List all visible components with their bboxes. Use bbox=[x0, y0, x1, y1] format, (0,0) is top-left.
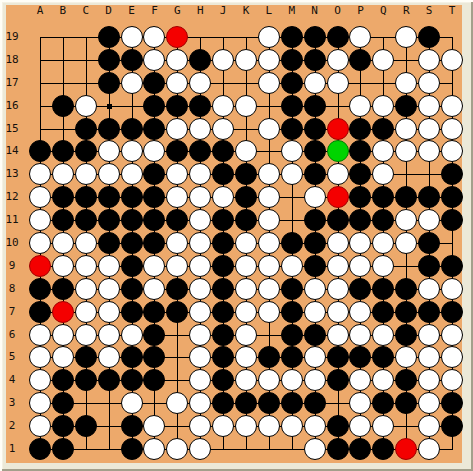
black-stone-r7[interactable] bbox=[395, 301, 417, 323]
white-stone-c6[interactable] bbox=[75, 324, 97, 346]
white-stone-e3[interactable] bbox=[121, 392, 143, 414]
white-stone-j18[interactable] bbox=[212, 49, 234, 71]
column-label-l: L bbox=[260, 4, 278, 18]
column-label-h: H bbox=[191, 4, 209, 18]
white-stone-s16[interactable] bbox=[418, 95, 440, 117]
white-stone-r17[interactable] bbox=[395, 72, 417, 94]
black-stone-f15[interactable] bbox=[143, 118, 165, 140]
white-stone-e17[interactable] bbox=[121, 72, 143, 94]
black-stone-d12[interactable] bbox=[98, 186, 120, 208]
black-stone-m15[interactable] bbox=[281, 118, 303, 140]
white-stone-c13[interactable] bbox=[75, 163, 97, 185]
white-stone-d9[interactable] bbox=[98, 255, 120, 277]
black-stone-e5[interactable] bbox=[121, 346, 143, 368]
white-stone-m13[interactable] bbox=[281, 163, 303, 185]
column-label-j: J bbox=[214, 4, 232, 18]
white-stone-k8[interactable] bbox=[235, 278, 257, 300]
black-stone-o2[interactable] bbox=[327, 415, 349, 437]
column-label-t: T bbox=[443, 4, 461, 18]
row-label-6: 6 bbox=[1, 328, 23, 342]
black-stone-j9[interactable] bbox=[212, 255, 234, 277]
white-stone-l7[interactable] bbox=[258, 301, 280, 323]
black-stone-j6[interactable] bbox=[212, 324, 234, 346]
white-stone-g17[interactable] bbox=[166, 72, 188, 94]
white-stone-o10[interactable] bbox=[327, 232, 349, 254]
black-stone-s9[interactable] bbox=[418, 255, 440, 277]
white-stone-p7[interactable] bbox=[349, 301, 371, 323]
white-stone-k10[interactable] bbox=[235, 232, 257, 254]
white-stone-h9[interactable] bbox=[189, 255, 211, 277]
column-label-f: F bbox=[145, 4, 163, 18]
black-stone-j8[interactable] bbox=[212, 278, 234, 300]
row-label-9: 9 bbox=[1, 259, 23, 273]
row-label-8: 8 bbox=[1, 282, 23, 296]
white-stone-q6[interactable] bbox=[372, 324, 394, 346]
column-label-k: K bbox=[237, 4, 255, 18]
white-stone-t8[interactable] bbox=[441, 278, 463, 300]
white-stone-o18[interactable] bbox=[327, 49, 349, 71]
white-stone-t18[interactable] bbox=[441, 49, 463, 71]
white-stone-d13[interactable] bbox=[98, 163, 120, 185]
white-stone-n17[interactable] bbox=[304, 72, 326, 94]
white-stone-o17[interactable] bbox=[327, 72, 349, 94]
white-stone-o6[interactable] bbox=[327, 324, 349, 346]
row-label-2: 2 bbox=[1, 419, 23, 433]
white-stone-e14[interactable] bbox=[121, 140, 143, 162]
black-stone-a8[interactable] bbox=[29, 278, 51, 300]
black-stone-m18[interactable] bbox=[281, 49, 303, 71]
column-label-q: Q bbox=[374, 4, 392, 18]
black-stone-m8[interactable] bbox=[281, 278, 303, 300]
black-stone-s10[interactable] bbox=[418, 232, 440, 254]
white-stone-j16[interactable] bbox=[212, 95, 234, 117]
black-stone-t11[interactable] bbox=[441, 209, 463, 231]
white-stone-b6[interactable] bbox=[52, 324, 74, 346]
white-stone-d14[interactable] bbox=[98, 140, 120, 162]
black-stone-n18[interactable] bbox=[304, 49, 326, 71]
black-stone-f16[interactable] bbox=[143, 95, 165, 117]
white-stone-k16[interactable] bbox=[235, 95, 257, 117]
black-stone-d4[interactable] bbox=[98, 369, 120, 391]
black-stone-m6[interactable] bbox=[281, 324, 303, 346]
black-stone-m16[interactable] bbox=[281, 95, 303, 117]
black-stone-c12[interactable] bbox=[75, 186, 97, 208]
black-stone-a7[interactable] bbox=[29, 301, 51, 323]
white-stone-e19[interactable] bbox=[121, 26, 143, 48]
white-stone-n12[interactable] bbox=[304, 186, 326, 208]
black-stone-c2[interactable] bbox=[75, 415, 97, 437]
white-stone-n1[interactable] bbox=[304, 438, 326, 460]
white-stone-n8[interactable] bbox=[304, 278, 326, 300]
black-stone-b3[interactable] bbox=[52, 392, 74, 414]
white-stone-l17[interactable] bbox=[258, 72, 280, 94]
black-stone-a1[interactable] bbox=[29, 438, 51, 460]
white-stone-l15[interactable] bbox=[258, 118, 280, 140]
black-stone-d11[interactable] bbox=[98, 209, 120, 231]
black-stone-n6[interactable] bbox=[304, 324, 326, 346]
white-stone-p16[interactable] bbox=[349, 95, 371, 117]
black-stone-d17[interactable] bbox=[98, 72, 120, 94]
white-stone-l12[interactable] bbox=[258, 186, 280, 208]
white-stone-s18[interactable] bbox=[418, 49, 440, 71]
row-label-3: 3 bbox=[1, 396, 23, 410]
black-stone-g8[interactable] bbox=[166, 278, 188, 300]
white-stone-k9[interactable] bbox=[235, 255, 257, 277]
black-stone-e7[interactable] bbox=[121, 301, 143, 323]
white-stone-b9[interactable] bbox=[52, 255, 74, 277]
black-stone-e10[interactable] bbox=[121, 232, 143, 254]
white-stone-m4[interactable] bbox=[281, 369, 303, 391]
black-stone-n19[interactable] bbox=[304, 26, 326, 48]
row-label-18: 18 bbox=[1, 53, 23, 67]
row-label-16: 16 bbox=[1, 99, 23, 113]
white-stone-a10[interactable] bbox=[29, 232, 51, 254]
column-label-m: M bbox=[283, 4, 301, 18]
black-stone-m10[interactable] bbox=[281, 232, 303, 254]
white-stone-p6[interactable] bbox=[349, 324, 371, 346]
black-stone-e2[interactable] bbox=[121, 415, 143, 437]
column-label-e: E bbox=[123, 4, 141, 18]
black-stone-h16[interactable] bbox=[189, 95, 211, 117]
black-stone-b16[interactable] bbox=[52, 95, 74, 117]
white-stone-h7[interactable] bbox=[189, 301, 211, 323]
black-stone-r16[interactable] bbox=[395, 95, 417, 117]
black-stone-n11[interactable] bbox=[304, 209, 326, 231]
column-label-n: N bbox=[306, 4, 324, 18]
column-label-b: B bbox=[54, 4, 72, 18]
white-stone-d6[interactable] bbox=[98, 324, 120, 346]
black-stone-n9[interactable] bbox=[304, 255, 326, 277]
go-app-window: ABCDEFGHJKLMNOPQRST191817161514131211109… bbox=[0, 0, 473, 471]
white-stone-s15[interactable] bbox=[418, 118, 440, 140]
row-label-13: 13 bbox=[1, 167, 23, 181]
row-label-15: 15 bbox=[1, 122, 23, 136]
row-label-11: 11 bbox=[1, 213, 23, 227]
white-stone-g15[interactable] bbox=[166, 118, 188, 140]
black-stone-s19[interactable] bbox=[418, 26, 440, 48]
black-stone-e4[interactable] bbox=[121, 369, 143, 391]
white-stone-a6[interactable] bbox=[29, 324, 51, 346]
row-label-10: 10 bbox=[1, 236, 23, 250]
white-stone-b10[interactable] bbox=[52, 232, 74, 254]
black-stone-c11[interactable] bbox=[75, 209, 97, 231]
column-label-o: O bbox=[329, 4, 347, 18]
black-stone-p15[interactable] bbox=[349, 118, 371, 140]
black-stone-h18[interactable] bbox=[189, 49, 211, 71]
white-stone-k6[interactable] bbox=[235, 324, 257, 346]
black-stone-n13[interactable] bbox=[304, 163, 326, 185]
black-stone-e1[interactable] bbox=[121, 438, 143, 460]
black-stone-o19[interactable] bbox=[327, 26, 349, 48]
black-stone-r8[interactable] bbox=[395, 278, 417, 300]
column-label-a: A bbox=[31, 4, 49, 18]
white-stone-s1[interactable] bbox=[418, 438, 440, 460]
black-stone-d18[interactable] bbox=[98, 49, 120, 71]
white-stone-h17[interactable] bbox=[189, 72, 211, 94]
black-stone-m19[interactable] bbox=[281, 26, 303, 48]
black-stone-q15[interactable] bbox=[372, 118, 394, 140]
white-stone-k18[interactable] bbox=[235, 49, 257, 71]
column-label-p: P bbox=[351, 4, 369, 18]
white-stone-c8[interactable] bbox=[75, 278, 97, 300]
white-stone-l8[interactable] bbox=[258, 278, 280, 300]
white-stone-n2[interactable] bbox=[304, 415, 326, 437]
white-stone-n5[interactable] bbox=[304, 346, 326, 368]
white-stone-n7[interactable] bbox=[304, 301, 326, 323]
black-stone-j7[interactable] bbox=[212, 301, 234, 323]
white-stone-t6[interactable] bbox=[441, 324, 463, 346]
white-stone-o9[interactable] bbox=[327, 255, 349, 277]
black-stone-c4[interactable] bbox=[75, 369, 97, 391]
black-stone-n10[interactable] bbox=[304, 232, 326, 254]
black-stone-t7[interactable] bbox=[441, 301, 463, 323]
white-stone-s8[interactable] bbox=[418, 278, 440, 300]
red-stone-b7[interactable] bbox=[52, 301, 74, 323]
column-label-g: G bbox=[168, 4, 186, 18]
white-stone-o8[interactable] bbox=[327, 278, 349, 300]
black-stone-k11[interactable] bbox=[235, 209, 257, 231]
black-stone-q7[interactable] bbox=[372, 301, 394, 323]
white-stone-a2[interactable] bbox=[29, 415, 51, 437]
white-stone-s17[interactable] bbox=[418, 72, 440, 94]
black-stone-b11[interactable] bbox=[52, 209, 74, 231]
white-stone-l10[interactable] bbox=[258, 232, 280, 254]
white-stone-l2[interactable] bbox=[258, 415, 280, 437]
white-stone-a11[interactable] bbox=[29, 209, 51, 231]
white-stone-s6[interactable] bbox=[418, 324, 440, 346]
black-stone-l3[interactable] bbox=[258, 392, 280, 414]
black-stone-r6[interactable] bbox=[395, 324, 417, 346]
red-stone-o12[interactable] bbox=[327, 186, 349, 208]
black-stone-g16[interactable] bbox=[166, 95, 188, 117]
white-stone-l11[interactable] bbox=[258, 209, 280, 231]
white-stone-l9[interactable] bbox=[258, 255, 280, 277]
black-stone-t2[interactable] bbox=[441, 415, 463, 437]
white-stone-l19[interactable] bbox=[258, 26, 280, 48]
black-stone-d10[interactable] bbox=[98, 232, 120, 254]
black-stone-b8[interactable] bbox=[52, 278, 74, 300]
goban-board[interactable] bbox=[6, 5, 462, 463]
white-stone-h6[interactable] bbox=[189, 324, 211, 346]
white-stone-e13[interactable] bbox=[121, 163, 143, 185]
black-stone-q8[interactable] bbox=[372, 278, 394, 300]
column-label-s: S bbox=[420, 4, 438, 18]
black-stone-g7[interactable] bbox=[166, 301, 188, 323]
white-stone-m9[interactable] bbox=[281, 255, 303, 277]
column-label-r: R bbox=[397, 4, 415, 18]
black-stone-o11[interactable] bbox=[327, 209, 349, 231]
black-stone-e11[interactable] bbox=[121, 209, 143, 231]
white-stone-k2[interactable] bbox=[235, 415, 257, 437]
black-stone-f7[interactable] bbox=[143, 301, 165, 323]
black-stone-o1[interactable] bbox=[327, 438, 349, 460]
white-stone-j15[interactable] bbox=[212, 118, 234, 140]
black-stone-s7[interactable] bbox=[418, 301, 440, 323]
black-stone-e15[interactable] bbox=[121, 118, 143, 140]
white-stone-c16[interactable] bbox=[75, 95, 97, 117]
red-stone-a9[interactable] bbox=[29, 255, 51, 277]
black-stone-m7[interactable] bbox=[281, 301, 303, 323]
white-stone-h15[interactable] bbox=[189, 118, 211, 140]
row-label-5: 5 bbox=[1, 350, 23, 364]
white-stone-h8[interactable] bbox=[189, 278, 211, 300]
white-stone-o7[interactable] bbox=[327, 301, 349, 323]
black-stone-f6[interactable] bbox=[143, 324, 165, 346]
column-label-c: C bbox=[77, 4, 95, 18]
white-stone-r15[interactable] bbox=[395, 118, 417, 140]
white-stone-d7[interactable] bbox=[98, 301, 120, 323]
black-stone-d19[interactable] bbox=[98, 26, 120, 48]
black-stone-e12[interactable] bbox=[121, 186, 143, 208]
black-stone-j10[interactable] bbox=[212, 232, 234, 254]
white-stone-m2[interactable] bbox=[281, 415, 303, 437]
row-label-1: 1 bbox=[1, 442, 23, 456]
row-label-14: 14 bbox=[1, 144, 23, 158]
black-stone-m17[interactable] bbox=[281, 72, 303, 94]
black-stone-n14[interactable] bbox=[304, 140, 326, 162]
black-stone-n15[interactable] bbox=[304, 118, 326, 140]
black-stone-c15[interactable] bbox=[75, 118, 97, 140]
red-stone-o15[interactable] bbox=[327, 118, 349, 140]
white-stone-n4[interactable] bbox=[304, 369, 326, 391]
black-stone-e9[interactable] bbox=[121, 255, 143, 277]
white-stone-c9[interactable] bbox=[75, 255, 97, 277]
white-stone-o13[interactable] bbox=[327, 163, 349, 185]
black-stone-b2[interactable] bbox=[52, 415, 74, 437]
white-stone-l18[interactable] bbox=[258, 49, 280, 71]
row-label-12: 12 bbox=[1, 190, 23, 204]
white-stone-e6[interactable] bbox=[121, 324, 143, 346]
black-stone-b1[interactable] bbox=[52, 438, 74, 460]
white-stone-k7[interactable] bbox=[235, 301, 257, 323]
star-point bbox=[107, 104, 112, 109]
black-stone-e18[interactable] bbox=[121, 49, 143, 71]
white-stone-c7[interactable] bbox=[75, 301, 97, 323]
black-stone-o4[interactable] bbox=[327, 369, 349, 391]
black-stone-o5[interactable] bbox=[327, 346, 349, 368]
row-label-4: 4 bbox=[1, 373, 23, 387]
white-stone-t15[interactable] bbox=[441, 118, 463, 140]
white-stone-d8[interactable] bbox=[98, 278, 120, 300]
black-stone-n3[interactable] bbox=[304, 392, 326, 414]
column-label-d: D bbox=[100, 4, 118, 18]
black-stone-d15[interactable] bbox=[98, 118, 120, 140]
white-stone-d5[interactable] bbox=[98, 346, 120, 368]
black-stone-b12[interactable] bbox=[52, 186, 74, 208]
row-label-7: 7 bbox=[1, 305, 23, 319]
black-stone-n16[interactable] bbox=[304, 95, 326, 117]
white-stone-c10[interactable] bbox=[75, 232, 97, 254]
white-stone-t16[interactable] bbox=[441, 95, 463, 117]
black-stone-m3[interactable] bbox=[281, 392, 303, 414]
black-stone-e8[interactable] bbox=[121, 278, 143, 300]
row-label-19: 19 bbox=[1, 30, 23, 44]
black-stone-t9[interactable] bbox=[441, 255, 463, 277]
green-stone-o14[interactable] bbox=[327, 140, 349, 162]
row-label-17: 17 bbox=[1, 76, 23, 90]
white-stone-q16[interactable] bbox=[372, 95, 394, 117]
